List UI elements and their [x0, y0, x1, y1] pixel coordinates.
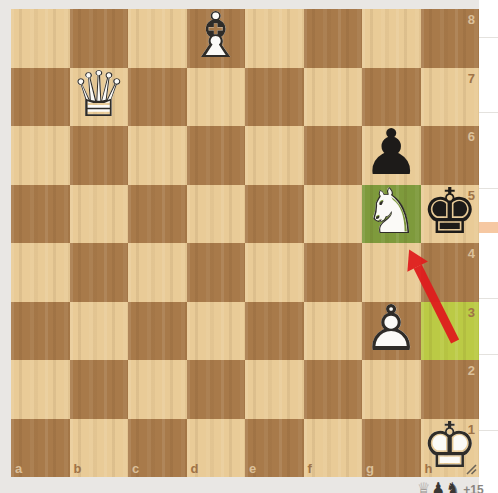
move-list-row-divider	[479, 112, 498, 113]
rank-label-3: 3	[468, 305, 475, 320]
square-a8[interactable]	[11, 9, 70, 68]
square-g1[interactable]: g	[362, 419, 421, 478]
square-e8[interactable]	[245, 9, 304, 68]
square-e7[interactable]	[245, 68, 304, 127]
square-b3[interactable]	[70, 302, 129, 361]
white-bishop[interactable]: ♝♗	[187, 9, 246, 68]
square-b4[interactable]	[70, 243, 129, 302]
move-list-panel[interactable]	[479, 0, 498, 493]
square-d3[interactable]	[187, 302, 246, 361]
square-e2[interactable]	[245, 360, 304, 419]
square-c4[interactable]	[128, 243, 187, 302]
square-g5[interactable]: ♞♘	[362, 185, 421, 244]
square-f7[interactable]	[304, 68, 363, 127]
square-d8[interactable]: ♝♗	[187, 9, 246, 68]
file-label-b: b	[74, 461, 82, 476]
square-e4[interactable]	[245, 243, 304, 302]
square-a6[interactable]	[11, 126, 70, 185]
black-king[interactable]: ♚	[421, 185, 480, 244]
square-f3[interactable]	[304, 302, 363, 361]
square-g3[interactable]: ♟♙	[362, 302, 421, 361]
square-c1[interactable]: c	[128, 419, 187, 478]
rank-label-2: 2	[468, 363, 475, 378]
square-c3[interactable]	[128, 302, 187, 361]
square-f4[interactable]	[304, 243, 363, 302]
square-b1[interactable]: b	[70, 419, 129, 478]
square-f6[interactable]	[304, 126, 363, 185]
square-e1[interactable]: e	[245, 419, 304, 478]
board-resize-handle[interactable]	[465, 463, 477, 475]
captured-pawn-icon: ♟	[431, 481, 444, 493]
square-b2[interactable]	[70, 360, 129, 419]
chess-board[interactable]: ♝♗8♛♕7♟6♞♘5♚4♟♙32abcdefg1h♚♔	[11, 9, 479, 477]
square-e5[interactable]	[245, 185, 304, 244]
square-b5[interactable]	[70, 185, 129, 244]
move-list-row-divider	[479, 354, 498, 355]
square-c6[interactable]	[128, 126, 187, 185]
square-b7[interactable]: ♛♕	[70, 68, 129, 127]
captured-queen-icon: ♕	[417, 481, 430, 493]
square-g2[interactable]	[362, 360, 421, 419]
square-h3[interactable]: 3	[421, 302, 480, 361]
square-h5[interactable]: 5♚	[421, 185, 480, 244]
square-a1[interactable]: a	[11, 419, 70, 478]
square-d1[interactable]: d	[187, 419, 246, 478]
square-d7[interactable]	[187, 68, 246, 127]
square-a4[interactable]	[11, 243, 70, 302]
square-b6[interactable]	[70, 126, 129, 185]
file-label-g: g	[366, 461, 374, 476]
square-h8[interactable]: 8	[421, 9, 480, 68]
captured-knight-icon: ♞	[446, 481, 459, 493]
file-label-a: a	[15, 461, 22, 476]
square-a7[interactable]	[11, 68, 70, 127]
square-a3[interactable]	[11, 302, 70, 361]
white-pawn[interactable]: ♟♙	[362, 302, 421, 361]
square-c5[interactable]	[128, 185, 187, 244]
file-label-d: d	[191, 461, 199, 476]
square-d5[interactable]	[187, 185, 246, 244]
rank-label-7: 7	[468, 71, 475, 86]
move-list-row-divider	[479, 430, 498, 431]
square-e3[interactable]	[245, 302, 304, 361]
rank-label-4: 4	[468, 246, 475, 261]
move-list-row-divider	[479, 37, 498, 38]
square-f1[interactable]: f	[304, 419, 363, 478]
square-f8[interactable]	[304, 9, 363, 68]
square-d6[interactable]	[187, 126, 246, 185]
material-advantage: +15	[463, 483, 483, 493]
square-a5[interactable]	[11, 185, 70, 244]
square-d4[interactable]	[187, 243, 246, 302]
square-a2[interactable]	[11, 360, 70, 419]
rank-label-6: 6	[468, 129, 475, 144]
move-list-row-divider	[479, 188, 498, 189]
file-label-f: f	[308, 461, 312, 476]
file-label-e: e	[249, 461, 256, 476]
square-c2[interactable]	[128, 360, 187, 419]
selected-move-highlight[interactable]	[479, 222, 498, 233]
rank-label-8: 8	[468, 12, 475, 27]
white-knight[interactable]: ♞♘	[362, 185, 421, 244]
square-h7[interactable]: 7	[421, 68, 480, 127]
square-f2[interactable]	[304, 360, 363, 419]
square-e6[interactable]	[245, 126, 304, 185]
captured-pieces-bar: ♕♟♞+15	[417, 481, 484, 493]
move-list-row-divider	[479, 298, 498, 299]
white-queen[interactable]: ♛♕	[70, 68, 129, 127]
square-d2[interactable]	[187, 360, 246, 419]
square-f5[interactable]	[304, 185, 363, 244]
square-h4[interactable]: 4	[421, 243, 480, 302]
square-g8[interactable]	[362, 9, 421, 68]
square-c7[interactable]	[128, 68, 187, 127]
file-label-c: c	[132, 461, 139, 476]
square-c8[interactable]	[128, 9, 187, 68]
